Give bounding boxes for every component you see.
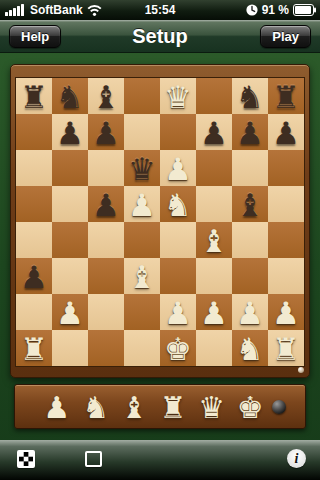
- square-e5[interactable]: ♞: [160, 186, 196, 222]
- square-e6[interactable]: ♟: [160, 150, 196, 186]
- square-b3[interactable]: [52, 258, 88, 294]
- piece-white-bishop[interactable]: ♝: [196, 222, 232, 258]
- piece-white-pawn[interactable]: ♟: [160, 294, 196, 330]
- square-b5[interactable]: [52, 186, 88, 222]
- piece-black-knight[interactable]: ♞: [232, 78, 268, 114]
- square-d1[interactable]: [124, 330, 160, 366]
- empty-square-icon[interactable]: [85, 451, 102, 467]
- square-e4[interactable]: [160, 222, 196, 258]
- square-a2[interactable]: [16, 294, 52, 330]
- square-f6[interactable]: [196, 150, 232, 186]
- square-a6[interactable]: [16, 150, 52, 186]
- square-c3[interactable]: [88, 258, 124, 294]
- help-button[interactable]: Help: [9, 25, 61, 48]
- play-button[interactable]: Play: [260, 25, 311, 48]
- square-c6[interactable]: [88, 150, 124, 186]
- square-g2[interactable]: ♟: [232, 294, 268, 330]
- square-g6[interactable]: [232, 150, 268, 186]
- piece-white-pawn[interactable]: ♟: [52, 294, 88, 330]
- square-e8[interactable]: ♛: [160, 78, 196, 114]
- square-c4[interactable]: [88, 222, 124, 258]
- board-grid: ♜♞♝♛♞♜♟♟♟♟♟♛♟♟♟♞♝♝♟♝♟♟♟♟♟♜♚♞♜: [16, 78, 304, 366]
- tray-white-rook[interactable]: ♜: [156, 384, 190, 429]
- square-b2[interactable]: ♟: [52, 294, 88, 330]
- square-g7[interactable]: ♟: [232, 114, 268, 150]
- piece-black-pawn[interactable]: ♟: [88, 186, 124, 222]
- piece-black-queen[interactable]: ♛: [124, 150, 160, 186]
- chess-board: ♜♞♝♛♞♜♟♟♟♟♟♛♟♟♟♞♝♝♟♝♟♟♟♟♟♜♚♞♜: [10, 64, 310, 378]
- square-f5[interactable]: [196, 186, 232, 222]
- piece-white-knight[interactable]: ♞: [232, 330, 268, 366]
- piece-white-king[interactable]: ♚: [160, 330, 196, 366]
- square-c7[interactable]: ♟: [88, 114, 124, 150]
- piece-black-rook[interactable]: ♜: [16, 78, 52, 114]
- square-f3[interactable]: [196, 258, 232, 294]
- square-b8[interactable]: ♞: [52, 78, 88, 114]
- square-e1[interactable]: ♚: [160, 330, 196, 366]
- square-g5[interactable]: ♝: [232, 186, 268, 222]
- square-h5[interactable]: [268, 186, 304, 222]
- square-h7[interactable]: ♟: [268, 114, 304, 150]
- piece-white-bishop[interactable]: ♝: [124, 258, 160, 294]
- clock-icon: [246, 4, 258, 16]
- square-g3[interactable]: [232, 258, 268, 294]
- square-d4[interactable]: [124, 222, 160, 258]
- square-b7[interactable]: ♟: [52, 114, 88, 150]
- square-g8[interactable]: ♞: [232, 78, 268, 114]
- square-b1[interactable]: [52, 330, 88, 366]
- square-a1[interactable]: ♜: [16, 330, 52, 366]
- piece-white-pawn[interactable]: ♟: [196, 294, 232, 330]
- checkerboard-icon[interactable]: [17, 450, 35, 468]
- square-a4[interactable]: [16, 222, 52, 258]
- square-f7[interactable]: ♟: [196, 114, 232, 150]
- square-h8[interactable]: ♜: [268, 78, 304, 114]
- square-a5[interactable]: [16, 186, 52, 222]
- tray-white-queen[interactable]: ♛: [195, 384, 229, 429]
- square-d7[interactable]: [124, 114, 160, 150]
- tray-white-knight[interactable]: ♞: [79, 384, 113, 429]
- square-e2[interactable]: ♟: [160, 294, 196, 330]
- square-c5[interactable]: ♟: [88, 186, 124, 222]
- tray-white-bishop[interactable]: ♝: [117, 384, 151, 429]
- square-h1[interactable]: ♜: [268, 330, 304, 366]
- tray-white-pawn[interactable]: ♟: [40, 384, 74, 429]
- piece-black-knight[interactable]: ♞: [52, 78, 88, 114]
- square-g1[interactable]: ♞: [232, 330, 268, 366]
- square-c8[interactable]: ♝: [88, 78, 124, 114]
- square-c1[interactable]: [88, 330, 124, 366]
- app-screen: SoftBank 15:54 91 % Setup Help Play: [0, 0, 320, 480]
- piece-white-rook[interactable]: ♜: [268, 330, 304, 366]
- piece-black-pawn[interactable]: ♟: [268, 114, 304, 150]
- black-pieces-ball[interactable]: [272, 400, 286, 414]
- piece-white-pawn[interactable]: ♟: [268, 294, 304, 330]
- battery-percent-label: 91 %: [262, 3, 289, 17]
- square-h4[interactable]: [268, 222, 304, 258]
- piece-black-bishop[interactable]: ♝: [232, 186, 268, 222]
- piece-black-pawn[interactable]: ♟: [232, 114, 268, 150]
- piece-black-pawn[interactable]: ♟: [16, 258, 52, 294]
- square-f4[interactable]: ♝: [196, 222, 232, 258]
- piece-white-pawn[interactable]: ♟: [124, 186, 160, 222]
- square-a8[interactable]: ♜: [16, 78, 52, 114]
- piece-black-pawn[interactable]: ♟: [196, 114, 232, 150]
- square-e7[interactable]: [160, 114, 196, 150]
- square-d6[interactable]: ♛: [124, 150, 160, 186]
- piece-white-pawn[interactable]: ♟: [232, 294, 268, 330]
- square-a7[interactable]: [16, 114, 52, 150]
- square-f8[interactable]: [196, 78, 232, 114]
- battery-icon: [293, 4, 316, 16]
- piece-black-bishop[interactable]: ♝: [88, 78, 124, 114]
- square-d5[interactable]: ♟: [124, 186, 160, 222]
- piece-black-pawn[interactable]: ♟: [88, 114, 124, 150]
- bottom-toolbar: i: [0, 440, 320, 480]
- square-h3[interactable]: [268, 258, 304, 294]
- status-bar: SoftBank 15:54 91 %: [0, 0, 320, 20]
- square-e3[interactable]: [160, 258, 196, 294]
- piece-black-pawn[interactable]: ♟: [52, 114, 88, 150]
- board-corner-pin: [298, 367, 304, 373]
- piece-white-knight[interactable]: ♞: [160, 186, 196, 222]
- square-g4[interactable]: [232, 222, 268, 258]
- square-h6[interactable]: [268, 150, 304, 186]
- nav-bar: Setup Help Play: [0, 20, 320, 53]
- square-a3[interactable]: ♟: [16, 258, 52, 294]
- square-b4[interactable]: [52, 222, 88, 258]
- square-h2[interactable]: ♟: [268, 294, 304, 330]
- tray-white-king[interactable]: ♚: [233, 384, 267, 429]
- square-c2[interactable]: [88, 294, 124, 330]
- piece-white-pawn[interactable]: ♟: [160, 150, 196, 186]
- square-d2[interactable]: [124, 294, 160, 330]
- square-d8[interactable]: [124, 78, 160, 114]
- piece-white-queen[interactable]: ♛: [160, 78, 196, 114]
- square-f1[interactable]: [196, 330, 232, 366]
- square-b6[interactable]: [52, 150, 88, 186]
- piece-white-rook[interactable]: ♜: [16, 330, 52, 366]
- piece-tray: ♟♞♝♜♛♚: [14, 384, 306, 429]
- square-d3[interactable]: ♝: [124, 258, 160, 294]
- info-icon[interactable]: i: [287, 449, 306, 468]
- square-f2[interactable]: ♟: [196, 294, 232, 330]
- piece-black-rook[interactable]: ♜: [268, 78, 304, 114]
